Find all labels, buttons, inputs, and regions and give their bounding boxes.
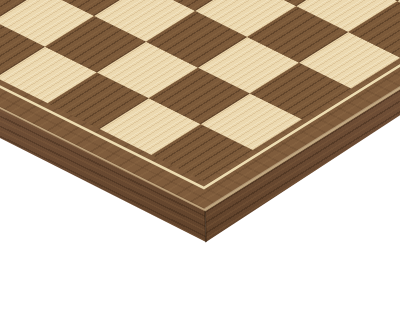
- product-photo-white-background: [0, 0, 400, 320]
- chess-board-top-face: [0, 0, 400, 210]
